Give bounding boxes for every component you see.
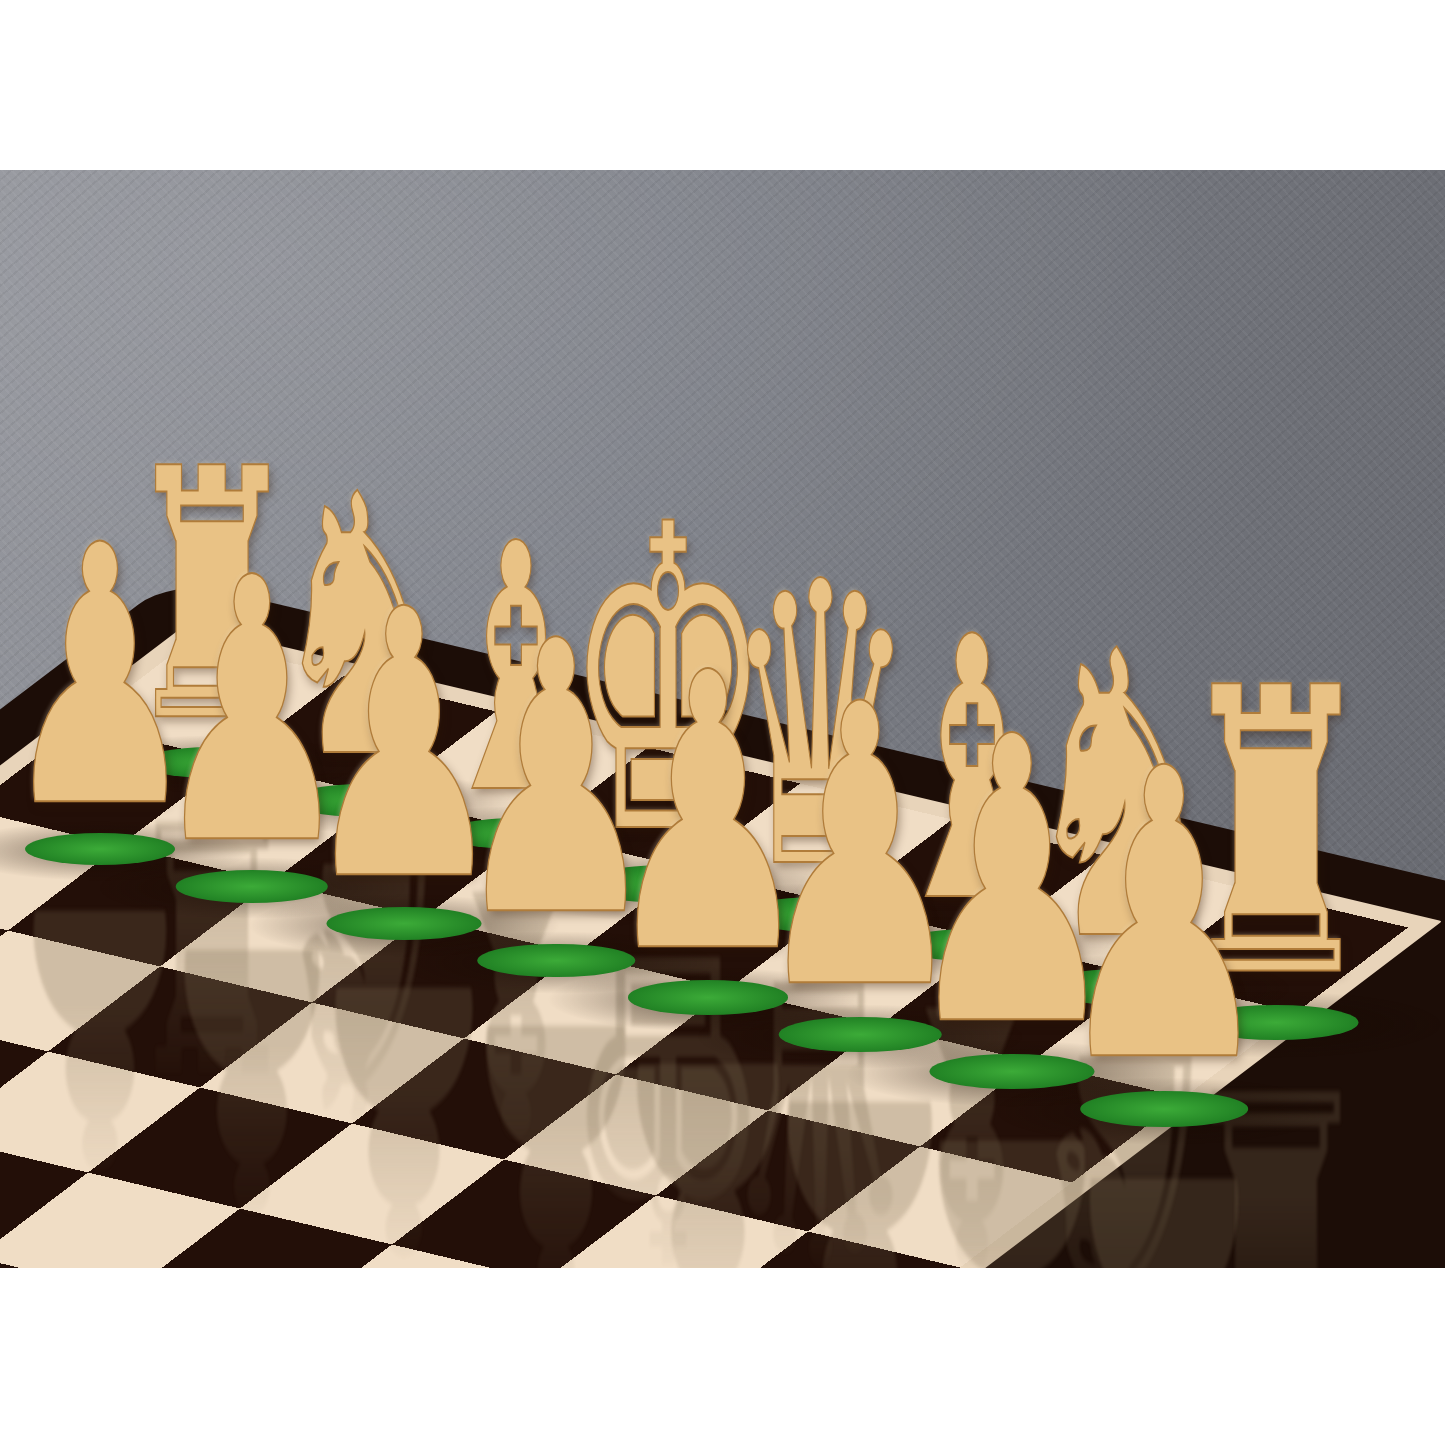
photo-area: ♜♜♞♞♝♝♚♚♛♛♝♝♞♞♜♜♟♟♟♟♟♟♟♟♟♟♟♟♟♟♟♟ — [0, 170, 1445, 1268]
top-margin — [0, 0, 1445, 170]
bottom-margin — [0, 1268, 1445, 1445]
chess-board — [0, 170, 1445, 1268]
board-plane — [0, 579, 1445, 1268]
chess-set-product-photo: ♜♜♞♞♝♝♚♚♛♛♝♝♞♞♜♜♟♟♟♟♟♟♟♟♟♟♟♟♟♟♟♟ — [0, 0, 1445, 1445]
